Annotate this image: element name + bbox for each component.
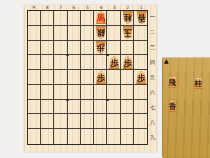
board-square: [28, 85, 41, 100]
board-square: [121, 85, 134, 100]
piece-kanji: 歩: [110, 59, 119, 68]
board-square: [134, 26, 147, 41]
board-square: [28, 114, 41, 129]
rank-label: 二: [149, 25, 157, 40]
board-square: [81, 129, 94, 144]
board-square: [134, 55, 147, 70]
hoshi-dot: [106, 54, 108, 56]
board-square: [41, 85, 54, 100]
board-square: [107, 26, 120, 41]
board-square: [54, 129, 67, 144]
board-square: [81, 85, 94, 100]
board-square: [94, 100, 107, 115]
rank-label: 五: [149, 70, 157, 85]
board-square: [94, 85, 107, 100]
piece-kanji: 銀: [97, 28, 106, 37]
board-square: [68, 70, 81, 85]
board-square: [81, 26, 94, 41]
piece-kanji: 飛: [169, 78, 177, 86]
board-square: [121, 114, 134, 129]
board-square: [41, 11, 54, 26]
board-square: [121, 129, 134, 144]
board-square: [68, 41, 81, 56]
piece-kanji: 香: [137, 13, 146, 22]
board-square: [121, 100, 134, 115]
board-square: [107, 129, 120, 144]
board-square: [54, 100, 67, 115]
piece-kanji: 桂: [195, 79, 203, 87]
board-square: [107, 85, 120, 100]
board-square: [68, 11, 81, 26]
board-square: [28, 100, 41, 115]
sente-lance-piece[interactable]: 香: [168, 100, 178, 112]
hoshi-dot: [66, 99, 68, 101]
board-square: [81, 114, 94, 129]
board-square: [28, 129, 41, 144]
piece-kanji: 歩: [137, 74, 146, 83]
board-square: [68, 114, 81, 129]
board-square: [28, 11, 41, 26]
board-square: [107, 100, 120, 115]
board-square: [68, 129, 81, 144]
piece-kanji: 桂: [124, 13, 133, 22]
sente-rook-piece[interactable]: 飛: [168, 76, 178, 88]
rank-label: 四: [149, 55, 157, 70]
board-square: [134, 85, 147, 100]
piece-kanji: 歩: [97, 43, 106, 52]
rank-label: 八: [149, 115, 157, 130]
piece-kanji: 馬: [97, 14, 106, 23]
rank-label: 六: [149, 85, 157, 100]
board-square: [28, 70, 41, 85]
board-square: [28, 55, 41, 70]
rank-label: 七: [149, 100, 157, 115]
board-square: [81, 100, 94, 115]
board-square: [107, 11, 120, 26]
hoshi-dot: [106, 99, 108, 101]
board-square: [68, 26, 81, 41]
board-square: [28, 26, 41, 41]
board-square: [68, 85, 81, 100]
rank-label: 三: [149, 40, 157, 55]
board-square: [107, 114, 120, 129]
sente-hand-tray: ▲ 飛桂香: [162, 57, 210, 158]
board-square: [134, 41, 147, 56]
board-square: [81, 55, 94, 70]
board-square: [107, 41, 120, 56]
tsume-shogi-widget: 987654321 一二三四五六七八九 馬桂香銀玉歩歩歩歩歩 ▲ 飛桂香: [0, 0, 210, 158]
board-square: [41, 70, 54, 85]
piece-kanji: 香: [169, 103, 177, 111]
board-square: [41, 41, 54, 56]
rank-label: 一: [149, 10, 157, 25]
board-square: [54, 26, 67, 41]
board-square: [41, 129, 54, 144]
board-square: [41, 100, 54, 115]
board-square: [41, 55, 54, 70]
board-square: [68, 100, 81, 115]
rank-coordinate-labels: 一二三四五六七八九: [149, 10, 157, 145]
board-square: [41, 114, 54, 129]
board-square: [54, 70, 67, 85]
board-square: [81, 70, 94, 85]
board-square: [54, 55, 67, 70]
sente-marker: ▲: [164, 57, 169, 64]
board-square: [68, 55, 81, 70]
shogi-board: 987654321 一二三四五六七八九 馬桂香銀玉歩歩歩歩歩: [24, 5, 157, 152]
board-square: [81, 11, 94, 26]
sente-knight-piece[interactable]: 桂: [194, 77, 204, 89]
board-square: [134, 100, 147, 115]
board-square: [94, 129, 107, 144]
rank-label: 九: [149, 130, 157, 145]
board-square: [134, 114, 147, 129]
board-square: [54, 114, 67, 129]
hoshi-dot: [66, 54, 68, 56]
board-square: [41, 26, 54, 41]
board-square: [107, 70, 120, 85]
piece-kanji: 歩: [97, 74, 106, 83]
board-square: [121, 41, 134, 56]
board-square: [94, 114, 107, 129]
board-square: [54, 85, 67, 100]
board-square: [134, 129, 147, 144]
board-square: [54, 11, 67, 26]
board-square: [94, 55, 107, 70]
board-square: [28, 41, 41, 56]
board-square: [81, 41, 94, 56]
piece-kanji: 玉: [124, 28, 133, 37]
board-square: [121, 70, 134, 85]
piece-kanji: 歩: [124, 59, 133, 68]
